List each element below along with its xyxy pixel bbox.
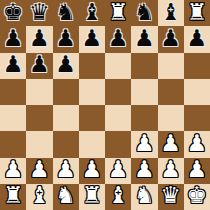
square-e5[interactable] <box>105 79 131 105</box>
piece-white-rook: ♜ <box>3 184 24 207</box>
piece-white-pawn: ♟ <box>108 158 129 181</box>
square-g2[interactable]: ♟ <box>158 158 184 184</box>
square-b3[interactable] <box>26 131 52 157</box>
piece-black-pawn: ♟ <box>55 27 76 50</box>
piece-white-bishop: ♝ <box>29 184 50 207</box>
piece-black-pawn: ♟ <box>160 27 181 50</box>
square-h7[interactable]: ♟ <box>184 26 210 52</box>
piece-black-king: ♚ <box>3 1 24 24</box>
square-c1[interactable]: ♞ <box>53 184 79 210</box>
square-g8[interactable]: ♝ <box>158 0 184 26</box>
piece-black-pawn: ♟ <box>82 27 103 50</box>
square-f1[interactable]: ♞ <box>131 184 157 210</box>
square-d8[interactable]: ♝ <box>79 0 105 26</box>
square-f6[interactable] <box>131 53 157 79</box>
piece-white-bishop: ♝ <box>108 184 129 207</box>
square-c8[interactable]: ♞ <box>53 0 79 26</box>
square-e6[interactable] <box>105 53 131 79</box>
square-a8[interactable]: ♚ <box>0 0 26 26</box>
piece-white-pawn: ♟ <box>187 158 208 181</box>
square-d3[interactable] <box>79 131 105 157</box>
square-f8[interactable]: ♞ <box>131 0 157 26</box>
square-a3[interactable] <box>0 131 26 157</box>
square-d6[interactable] <box>79 53 105 79</box>
piece-black-knight: ♞ <box>134 1 155 24</box>
piece-white-pawn: ♟ <box>82 158 103 181</box>
piece-black-knight: ♞ <box>55 1 76 24</box>
piece-black-pawn: ♟ <box>134 27 155 50</box>
square-c2[interactable]: ♟ <box>53 158 79 184</box>
square-b2[interactable]: ♟ <box>26 158 52 184</box>
square-e2[interactable]: ♟ <box>105 158 131 184</box>
piece-white-rook: ♜ <box>187 1 208 24</box>
piece-white-king: ♚ <box>187 184 208 207</box>
square-c7[interactable]: ♟ <box>53 26 79 52</box>
square-f2[interactable]: ♟ <box>131 158 157 184</box>
piece-black-pawn: ♟ <box>108 27 129 50</box>
square-a7[interactable]: ♟ <box>0 26 26 52</box>
square-b4[interactable] <box>26 105 52 131</box>
piece-white-pawn: ♟ <box>187 132 208 155</box>
piece-black-pawn: ♟ <box>3 53 24 76</box>
square-h6[interactable] <box>184 53 210 79</box>
piece-white-knight: ♞ <box>134 184 155 207</box>
piece-black-pawn: ♟ <box>29 53 50 76</box>
square-g3[interactable]: ♟ <box>158 131 184 157</box>
piece-white-rook: ♜ <box>108 1 129 24</box>
piece-white-queen: ♛ <box>160 184 181 207</box>
square-e3[interactable] <box>105 131 131 157</box>
square-f4[interactable] <box>131 105 157 131</box>
piece-white-rook: ♜ <box>82 184 103 207</box>
square-d5[interactable] <box>79 79 105 105</box>
square-a4[interactable] <box>0 105 26 131</box>
square-b8[interactable]: ♛ <box>26 0 52 26</box>
square-a2[interactable]: ♟ <box>0 158 26 184</box>
square-a5[interactable] <box>0 79 26 105</box>
piece-white-pawn: ♟ <box>29 158 50 181</box>
square-h5[interactable] <box>184 79 210 105</box>
square-g6[interactable] <box>158 53 184 79</box>
square-c5[interactable] <box>53 79 79 105</box>
square-b5[interactable] <box>26 79 52 105</box>
piece-black-bishop: ♝ <box>160 1 181 24</box>
square-e1[interactable]: ♝ <box>105 184 131 210</box>
piece-white-pawn: ♟ <box>160 132 181 155</box>
square-h8[interactable]: ♜ <box>184 0 210 26</box>
square-b7[interactable]: ♟ <box>26 26 52 52</box>
piece-white-knight: ♞ <box>55 184 76 207</box>
square-d4[interactable] <box>79 105 105 131</box>
square-c3[interactable] <box>53 131 79 157</box>
square-h2[interactable]: ♟ <box>184 158 210 184</box>
piece-black-queen: ♛ <box>29 1 50 24</box>
square-e4[interactable] <box>105 105 131 131</box>
square-h4[interactable] <box>184 105 210 131</box>
piece-black-pawn: ♟ <box>187 27 208 50</box>
square-f3[interactable]: ♟ <box>131 131 157 157</box>
piece-black-bishop: ♝ <box>82 1 103 24</box>
square-e7[interactable]: ♟ <box>105 26 131 52</box>
square-h3[interactable]: ♟ <box>184 131 210 157</box>
piece-black-pawn: ♟ <box>55 53 76 76</box>
chess-board: ♚♛♞♝♜♞♝♜♟♟♟♟♟♟♟♟♟♟♟♟♟♟♟♟♟♟♟♟♟♟♜♝♞♜♝♞♛♚ <box>0 0 210 210</box>
square-g5[interactable] <box>158 79 184 105</box>
square-a6[interactable]: ♟ <box>0 53 26 79</box>
piece-black-pawn: ♟ <box>29 27 50 50</box>
square-g7[interactable]: ♟ <box>158 26 184 52</box>
square-c4[interactable] <box>53 105 79 131</box>
square-f5[interactable] <box>131 79 157 105</box>
square-f7[interactable]: ♟ <box>131 26 157 52</box>
square-e8[interactable]: ♜ <box>105 0 131 26</box>
square-c6[interactable]: ♟ <box>53 53 79 79</box>
square-b1[interactable]: ♝ <box>26 184 52 210</box>
piece-white-pawn: ♟ <box>134 132 155 155</box>
square-g4[interactable] <box>158 105 184 131</box>
piece-white-pawn: ♟ <box>160 158 181 181</box>
square-g1[interactable]: ♛ <box>158 184 184 210</box>
square-b6[interactable]: ♟ <box>26 53 52 79</box>
piece-black-pawn: ♟ <box>3 27 24 50</box>
piece-white-pawn: ♟ <box>3 158 24 181</box>
piece-white-pawn: ♟ <box>55 158 76 181</box>
square-d1[interactable]: ♜ <box>79 184 105 210</box>
square-d7[interactable]: ♟ <box>79 26 105 52</box>
square-a1[interactable]: ♜ <box>0 184 26 210</box>
piece-white-pawn: ♟ <box>134 158 155 181</box>
square-h1[interactable]: ♚ <box>184 184 210 210</box>
square-d2[interactable]: ♟ <box>79 158 105 184</box>
